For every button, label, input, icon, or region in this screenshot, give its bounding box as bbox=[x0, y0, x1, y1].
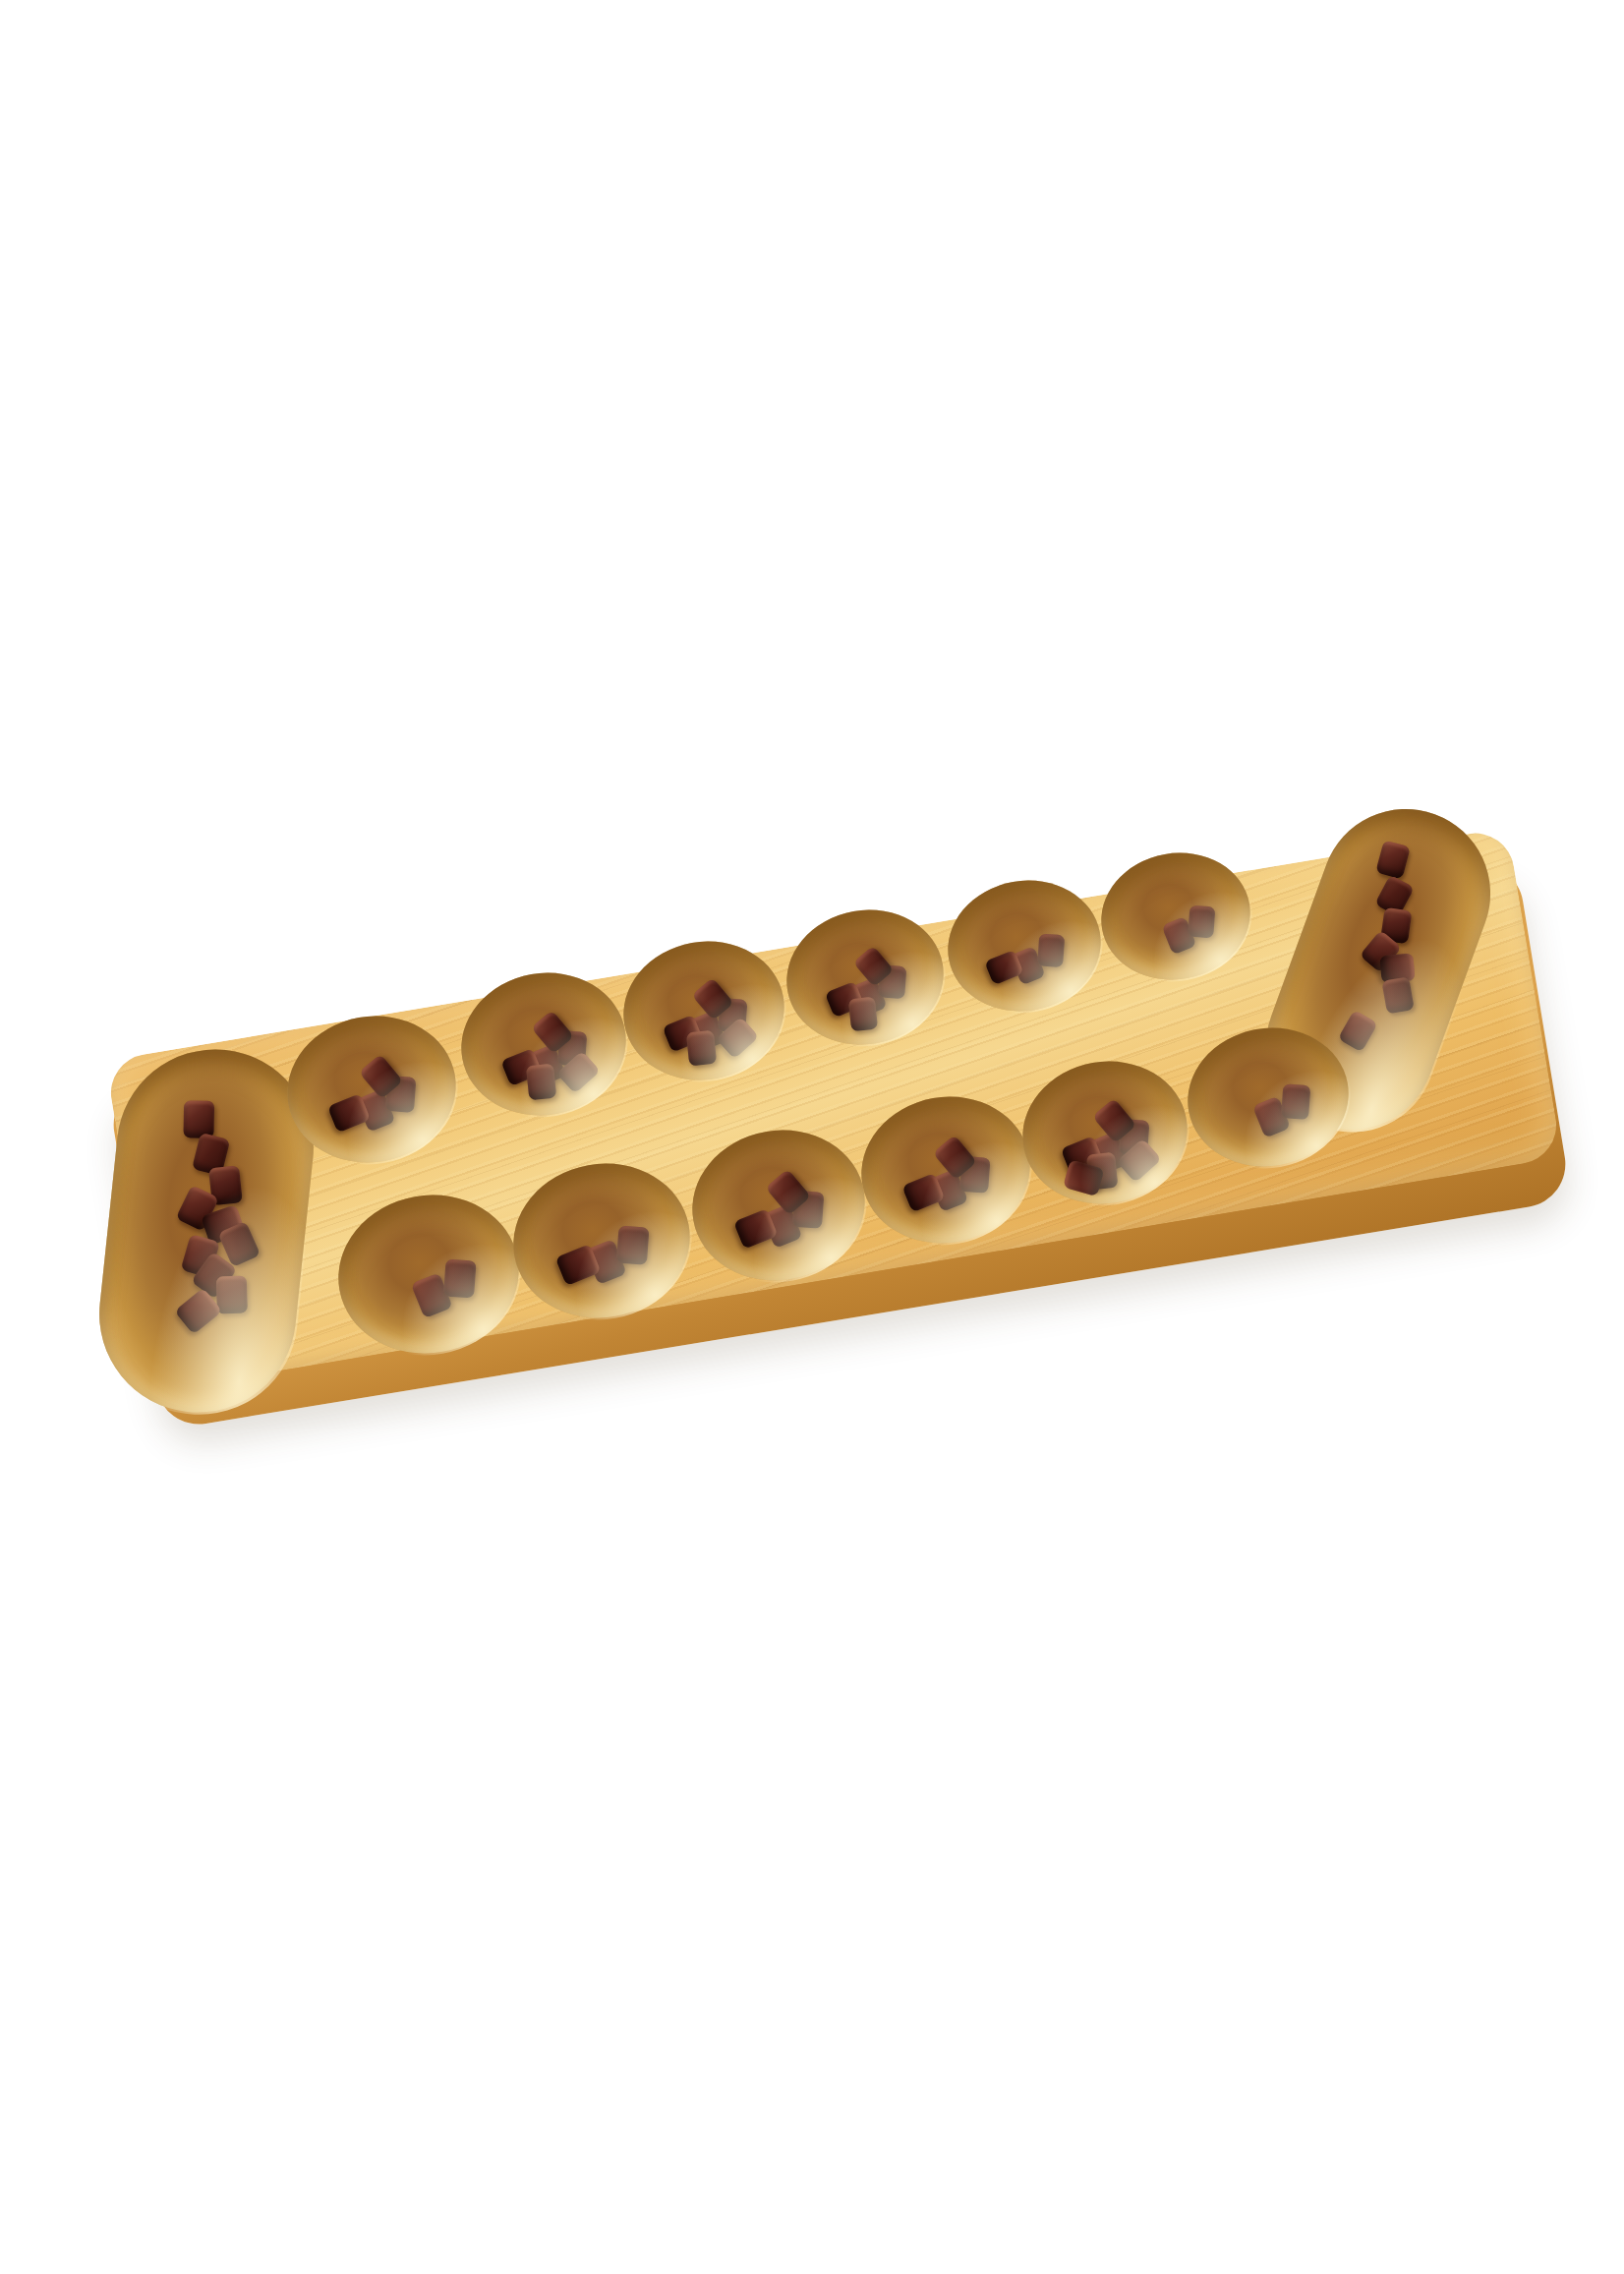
seed bbox=[215, 1276, 247, 1314]
seed bbox=[686, 1030, 717, 1067]
seed bbox=[847, 996, 877, 1031]
seed bbox=[1375, 840, 1410, 879]
seed bbox=[183, 1100, 213, 1137]
seed bbox=[1189, 904, 1216, 938]
seed bbox=[1037, 934, 1066, 967]
seed bbox=[443, 1258, 477, 1299]
seed bbox=[526, 1064, 557, 1101]
seed bbox=[1382, 976, 1415, 1014]
mancala-board-photo bbox=[0, 0, 1624, 2274]
seed bbox=[1338, 1010, 1378, 1052]
seed bbox=[616, 1226, 649, 1265]
seed bbox=[1281, 1084, 1311, 1121]
